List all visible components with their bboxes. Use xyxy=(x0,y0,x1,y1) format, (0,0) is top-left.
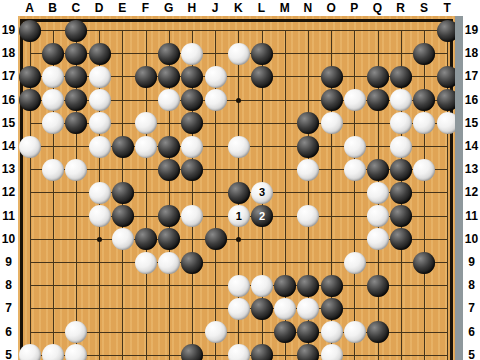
stone-black-D18[interactable] xyxy=(89,43,111,65)
column-label-C: C xyxy=(69,1,83,15)
stone-black-O8[interactable] xyxy=(321,275,343,297)
stone-white-N13[interactable] xyxy=(297,159,319,181)
row-label-left-17: 17 xyxy=(0,69,17,83)
row-label-left-19: 19 xyxy=(0,23,17,37)
stone-white-K14[interactable] xyxy=(228,136,250,158)
column-label-Q: Q xyxy=(371,1,385,15)
stone-white-F9[interactable] xyxy=(135,252,157,274)
stone-black-Q13[interactable] xyxy=(367,159,389,181)
row-label-left-7: 7 xyxy=(0,301,17,315)
side-scrollbar-track xyxy=(455,16,463,360)
stone-white-H14[interactable] xyxy=(181,136,203,158)
stone-black-G18[interactable] xyxy=(158,43,180,65)
column-label-P: P xyxy=(347,1,361,15)
stone-white-B17[interactable] xyxy=(42,66,64,88)
stone-black-N14[interactable] xyxy=(297,136,319,158)
stone-black-H13[interactable] xyxy=(181,159,203,181)
stone-black-Q6[interactable] xyxy=(367,321,389,343)
stone-white-H18[interactable] xyxy=(181,43,203,65)
stone-black-L18[interactable] xyxy=(251,43,273,65)
stone-black-Q17[interactable] xyxy=(367,66,389,88)
row-label-left-9: 9 xyxy=(0,255,17,269)
stone-black-O16[interactable] xyxy=(321,89,343,111)
stone-black-L5[interactable] xyxy=(251,344,273,360)
stone-black-O17[interactable] xyxy=(321,66,343,88)
stone-white-K7[interactable] xyxy=(228,298,250,320)
row-label-right-13: 13 xyxy=(463,162,480,176)
column-label-E: E xyxy=(115,1,129,15)
stone-black-M8[interactable] xyxy=(274,275,296,297)
stone-white-A5[interactable] xyxy=(19,344,41,360)
column-label-N: N xyxy=(301,1,315,15)
stone-black-R17[interactable] xyxy=(390,66,412,88)
stone-black-Q8[interactable] xyxy=(367,275,389,297)
stone-white-E10[interactable] xyxy=(112,228,134,250)
grid-vline-P xyxy=(354,30,355,360)
row-label-right-18: 18 xyxy=(463,46,480,60)
row-label-left-16: 16 xyxy=(0,93,17,107)
star-point-D10 xyxy=(97,237,102,242)
stone-white-Q12[interactable] xyxy=(367,182,389,204)
stone-black-S9[interactable] xyxy=(413,252,435,274)
row-label-right-15: 15 xyxy=(463,116,480,130)
column-label-M: M xyxy=(278,1,292,15)
row-label-left-11: 11 xyxy=(0,209,17,223)
star-point-K16 xyxy=(236,98,241,103)
stone-white-P6[interactable] xyxy=(344,321,366,343)
go-board-surface[interactable]: 312 xyxy=(18,16,455,360)
stone-black-G14[interactable] xyxy=(158,136,180,158)
row-label-left-10: 10 xyxy=(0,232,17,246)
move-number-3: 3 xyxy=(259,187,265,198)
stone-white-O15[interactable] xyxy=(321,112,343,134)
stone-white-D17[interactable] xyxy=(89,66,111,88)
row-label-right-14: 14 xyxy=(463,139,480,153)
stone-black-N5[interactable] xyxy=(297,344,319,360)
column-label-F: F xyxy=(139,1,153,15)
column-label-A: A xyxy=(23,1,37,15)
row-label-left-14: 14 xyxy=(0,139,17,153)
move-number-1: 1 xyxy=(236,211,242,222)
column-label-G: G xyxy=(162,1,176,15)
stone-black-T16[interactable] xyxy=(437,89,455,111)
stone-white-L12[interactable]: 3 xyxy=(251,182,273,204)
stone-white-O5[interactable] xyxy=(321,344,343,360)
column-label-L: L xyxy=(255,1,269,15)
column-label-O: O xyxy=(324,1,338,15)
stone-black-G13[interactable] xyxy=(158,159,180,181)
stone-black-R13[interactable] xyxy=(390,159,412,181)
row-label-left-15: 15 xyxy=(0,116,17,130)
row-label-right-19: 19 xyxy=(463,23,480,37)
stone-black-S18[interactable] xyxy=(413,43,435,65)
stone-black-N8[interactable] xyxy=(297,275,319,297)
stone-black-J10[interactable] xyxy=(205,228,227,250)
move-number-2: 2 xyxy=(259,211,265,222)
stone-white-L8[interactable] xyxy=(251,275,273,297)
board-edge-top xyxy=(20,19,453,22)
stone-black-Q16[interactable] xyxy=(367,89,389,111)
stone-white-B13[interactable] xyxy=(42,159,64,181)
stone-white-J16[interactable] xyxy=(205,89,227,111)
stone-white-G9[interactable] xyxy=(158,252,180,274)
stone-black-O7[interactable] xyxy=(321,298,343,320)
row-label-right-16: 16 xyxy=(463,93,480,107)
stone-white-M7[interactable] xyxy=(274,298,296,320)
row-label-right-6: 6 xyxy=(463,325,480,339)
stone-black-F17[interactable] xyxy=(135,66,157,88)
column-label-R: R xyxy=(394,1,408,15)
row-label-right-11: 11 xyxy=(463,209,480,223)
stone-black-A17[interactable] xyxy=(19,66,41,88)
stone-white-A14[interactable] xyxy=(19,136,41,158)
column-label-K: K xyxy=(231,1,245,15)
row-label-left-13: 13 xyxy=(0,162,17,176)
row-label-right-12: 12 xyxy=(463,185,480,199)
row-label-right-9: 9 xyxy=(463,255,480,269)
stone-black-L11[interactable]: 2 xyxy=(251,205,273,227)
stone-black-L17[interactable] xyxy=(251,66,273,88)
stone-white-S13[interactable] xyxy=(413,159,435,181)
stone-black-G17[interactable] xyxy=(158,66,180,88)
stone-black-H9[interactable] xyxy=(181,252,203,274)
stone-white-D15[interactable] xyxy=(89,112,111,134)
stone-white-O6[interactable] xyxy=(321,321,343,343)
stone-white-K11[interactable]: 1 xyxy=(228,205,250,227)
grid-hline-19 xyxy=(30,30,449,31)
stone-white-D12[interactable] xyxy=(89,182,111,204)
stone-white-P9[interactable] xyxy=(344,252,366,274)
row-label-left-8: 8 xyxy=(0,278,17,292)
stone-white-D16[interactable] xyxy=(89,89,111,111)
stone-black-A19[interactable] xyxy=(19,20,41,42)
column-label-S: S xyxy=(417,1,431,15)
grid-vline-S xyxy=(424,30,425,360)
go-app-window: { "game": "go", "board": { "size": 19, "… xyxy=(0,0,480,360)
grid-hline-9 xyxy=(30,262,449,263)
stone-white-K8[interactable] xyxy=(228,275,250,297)
column-label-B: B xyxy=(46,1,60,15)
stone-black-K12[interactable] xyxy=(228,182,250,204)
row-label-right-17: 17 xyxy=(463,69,480,83)
stone-white-P13[interactable] xyxy=(344,159,366,181)
row-label-right-5: 5 xyxy=(463,348,480,360)
column-label-D: D xyxy=(92,1,106,15)
stone-white-F14[interactable] xyxy=(135,136,157,158)
stone-black-T17[interactable] xyxy=(437,66,455,88)
stone-black-C19[interactable] xyxy=(65,20,87,42)
row-label-left-18: 18 xyxy=(0,46,17,60)
stone-black-H5[interactable] xyxy=(181,344,203,360)
stone-white-B5[interactable] xyxy=(42,344,64,360)
stone-black-T19[interactable] xyxy=(437,20,455,42)
stone-white-C13[interactable] xyxy=(65,159,87,181)
row-label-left-12: 12 xyxy=(0,185,17,199)
stone-black-A16[interactable] xyxy=(19,89,41,111)
stone-white-P14[interactable] xyxy=(344,136,366,158)
stone-white-D14[interactable] xyxy=(89,136,111,158)
stone-white-P16[interactable] xyxy=(344,89,366,111)
row-label-left-5: 5 xyxy=(0,348,17,360)
row-label-right-7: 7 xyxy=(463,301,480,315)
stone-white-D11[interactable] xyxy=(89,205,111,227)
stone-black-E11[interactable] xyxy=(112,205,134,227)
stone-white-K5[interactable] xyxy=(228,344,250,360)
stone-black-L7[interactable] xyxy=(251,298,273,320)
row-label-right-10: 10 xyxy=(463,232,480,246)
stone-white-K18[interactable] xyxy=(228,43,250,65)
column-label-T: T xyxy=(440,1,454,15)
stone-black-E12[interactable] xyxy=(112,182,134,204)
stone-black-R12[interactable] xyxy=(390,182,412,204)
row-label-left-6: 6 xyxy=(0,325,17,339)
stone-white-J6[interactable] xyxy=(205,321,227,343)
column-label-J: J xyxy=(208,1,222,15)
stone-black-E14[interactable] xyxy=(112,136,134,158)
row-label-right-8: 8 xyxy=(463,278,480,292)
column-label-H: H xyxy=(185,1,199,15)
stone-white-J17[interactable] xyxy=(205,66,227,88)
stone-white-C5[interactable] xyxy=(65,344,87,360)
stone-white-R14[interactable] xyxy=(390,136,412,158)
stone-black-B18[interactable] xyxy=(42,43,64,65)
stone-black-C18[interactable] xyxy=(65,43,87,65)
stone-white-Q11[interactable] xyxy=(367,205,389,227)
